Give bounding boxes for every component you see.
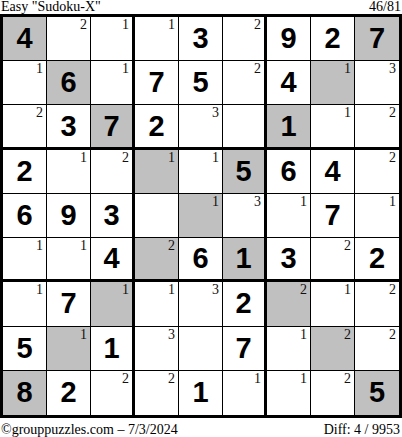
cell-r5c4[interactable] [135,194,179,238]
puzzle-title: Easy "Sudoku-X" [1,0,101,14]
cell-r4c6[interactable]: 5 [223,150,267,194]
cell-r6c5[interactable]: 6 [179,238,223,282]
cell-r8c4[interactable]: 3 [135,327,179,371]
pencil-mark: 1 [80,327,87,342]
cell-value: 7 [103,112,119,141]
pencil-mark: 1 [300,327,307,342]
cell-value: 2 [235,289,251,318]
cell-r2c5[interactable]: 5 [179,61,223,105]
cell-r8c1[interactable]: 5 [3,327,47,371]
cell-r2c3[interactable]: 1 [91,61,135,105]
cell-r7c8[interactable]: 1 [311,282,355,326]
cell-value: 3 [192,24,208,53]
pencil-mark: 2 [344,327,351,342]
cell-r2c2[interactable]: 6 [47,61,91,105]
cell-r1c4[interactable]: 1 [135,17,179,61]
cell-value: 5 [16,334,32,363]
cell-r6c8[interactable]: 2 [311,238,355,282]
cell-r7c6[interactable]: 2 [223,282,267,326]
pencil-mark: 2 [122,150,129,165]
cell-value: 4 [16,24,32,53]
cell-r8c7[interactable]: 1 [267,327,311,371]
pencil-mark: 1 [80,150,87,165]
cell-value: 1 [103,334,119,363]
cell-r6c4[interactable]: 2 [135,238,179,282]
cell-r3c5[interactable]: 3 [179,105,223,149]
cell-value: 4 [280,68,296,97]
pencil-mark: 1 [344,105,351,120]
pencil-mark: 1 [212,194,219,209]
pencil-mark: 1 [36,282,43,297]
pencil-mark: 1 [212,150,219,165]
pencil-mark: 2 [36,105,43,120]
cell-r3c6[interactable] [223,105,267,149]
copyright-date: ©grouppuzzles.com – 7/3/2024 [1,422,178,437]
cell-value: 5 [192,68,208,97]
cell-r7c4[interactable]: 1 [135,282,179,326]
pencil-mark: 2 [300,282,307,297]
cell-r7c7[interactable]: 2 [267,282,311,326]
cell-value: 6 [60,68,76,97]
cell-r5c5[interactable]: 1 [179,194,223,238]
pencil-mark: 1 [122,282,129,297]
cell-value: 1 [280,112,296,141]
cell-r3c7[interactable]: 1 [267,105,311,149]
cell-r5c2[interactable]: 9 [47,194,91,238]
cell-r4c4[interactable]: 1 [135,150,179,194]
difficulty-label: Diff: 4 / 9953 [324,422,400,437]
cell-r4c3[interactable]: 2 [91,150,135,194]
cell-r7c2[interactable]: 7 [47,282,91,326]
cell-r5c1[interactable]: 6 [3,194,47,238]
cell-value: 2 [324,24,340,53]
cell-value: 2 [148,112,164,141]
pencil-mark: 2 [389,282,396,297]
cell-value: 8 [16,378,32,407]
sudoku-grid: 4211329271617524132372311221211564269313… [0,14,402,418]
cell-value: 3 [103,201,119,230]
cell-value: 7 [60,289,76,318]
cell-r9c1[interactable]: 8 [3,371,47,415]
cell-r9c2[interactable]: 2 [47,371,91,415]
pencil-mark: 1 [36,238,43,253]
cell-r7c3[interactable]: 1 [91,282,135,326]
cell-r3c4[interactable]: 2 [135,105,179,149]
pencil-mark: 3 [389,61,396,76]
cell-r9c8[interactable]: 2 [311,371,355,415]
cell-value: 2 [60,378,76,407]
cell-r7c5[interactable]: 3 [179,282,223,326]
cell-value: 7 [148,68,164,97]
cell-value: 2 [369,244,385,273]
pencil-mark: 2 [254,17,261,32]
cell-r5c6[interactable]: 3 [223,194,267,238]
cell-r4c2[interactable]: 1 [47,150,91,194]
cell-r6c2[interactable]: 1 [47,238,91,282]
pencil-mark: 2 [344,238,351,253]
cell-value: 6 [192,244,208,273]
cell-r8c8[interactable]: 2 [311,327,355,371]
cell-r9c7[interactable]: 1 [267,371,311,415]
cell-r6c9[interactable]: 2 [355,238,399,282]
cell-value: 5 [235,157,251,186]
cell-r3c2[interactable]: 3 [47,105,91,149]
cell-r1c1[interactable]: 4 [3,17,47,61]
cell-r2c6[interactable]: 2 [223,61,267,105]
cell-value: 7 [235,334,251,363]
cell-r3c8[interactable]: 1 [311,105,355,149]
cell-r5c9[interactable]: 1 [355,194,399,238]
cell-r2c1[interactable]: 1 [3,61,47,105]
cell-value: 5 [369,378,385,407]
cell-r9c6[interactable]: 1 [223,371,267,415]
cell-r9c4[interactable]: 2 [135,371,179,415]
cell-value: 4 [324,157,340,186]
cell-r8c3[interactable]: 1 [91,327,135,371]
cell-r1c2[interactable]: 2 [47,17,91,61]
pencil-mark: 1 [168,17,175,32]
cell-r4c9[interactable]: 2 [355,150,399,194]
pencil-mark: 3 [212,105,219,120]
puzzle-page: Easy "Sudoku-X" 46/81 421132927161752413… [0,0,402,437]
pencil-mark: 2 [122,371,129,386]
pencil-mark: 2 [254,61,261,76]
pencil-mark: 2 [389,327,396,342]
pencil-mark: 3 [212,282,219,297]
pencil-mark: 1 [300,194,307,209]
cell-r2c9[interactable]: 3 [355,61,399,105]
puzzle-header: Easy "Sudoku-X" 46/81 [0,0,402,14]
pencil-mark: 1 [168,282,175,297]
cell-r3c3[interactable]: 7 [91,105,135,149]
cell-r4c5[interactable]: 1 [179,150,223,194]
cell-r6c1[interactable]: 1 [3,238,47,282]
pencil-mark: 1 [344,282,351,297]
cell-r1c8[interactable]: 2 [311,17,355,61]
pencil-mark: 2 [168,238,175,253]
pencil-mark: 2 [344,371,351,386]
pencil-mark: 2 [389,105,396,120]
cell-value: 7 [324,201,340,230]
cell-r3c9[interactable]: 2 [355,105,399,149]
cell-r9c3[interactable]: 2 [91,371,135,415]
cell-value: 6 [280,157,296,186]
cell-r5c3[interactable]: 3 [91,194,135,238]
pencil-mark: 2 [389,150,396,165]
cell-r3c1[interactable]: 2 [3,105,47,149]
cell-r1c6[interactable]: 2 [223,17,267,61]
cell-r2c4[interactable]: 7 [135,61,179,105]
pencil-mark: 2 [80,17,87,32]
cell-r4c7[interactable]: 6 [267,150,311,194]
cell-r8c5[interactable] [179,327,223,371]
pencil-mark: 1 [36,61,43,76]
cell-value: 9 [280,24,296,53]
cell-r1c3[interactable]: 1 [91,17,135,61]
cell-value: 7 [369,24,385,53]
cell-value: 3 [280,244,296,273]
cell-r5c8[interactable]: 7 [311,194,355,238]
cell-r8c6[interactable]: 7 [223,327,267,371]
cell-r1c7[interactable]: 9 [267,17,311,61]
cell-r1c5[interactable]: 3 [179,17,223,61]
pencil-mark: 1 [122,17,129,32]
cell-r4c8[interactable]: 4 [311,150,355,194]
cell-r1c9[interactable]: 7 [355,17,399,61]
cell-value: 1 [235,244,251,273]
cell-r6c3[interactable]: 4 [91,238,135,282]
pencil-mark: 1 [300,371,307,386]
cell-r2c8[interactable]: 1 [311,61,355,105]
cell-r2c7[interactable]: 4 [267,61,311,105]
pencil-mark: 3 [254,194,261,209]
pencil-mark: 2 [168,371,175,386]
cell-r8c9[interactable]: 2 [355,327,399,371]
cell-value: 4 [103,244,119,273]
fill-counter: 46/81 [369,0,401,14]
cell-value: 1 [192,378,208,407]
cell-r8c2[interactable]: 1 [47,327,91,371]
cell-r7c1[interactable]: 1 [3,282,47,326]
cell-value: 3 [60,112,76,141]
cell-value: 2 [16,157,32,186]
pencil-mark: 1 [80,238,87,253]
cell-r4c1[interactable]: 2 [3,150,47,194]
cell-r6c6[interactable]: 1 [223,238,267,282]
cell-r6c7[interactable]: 3 [267,238,311,282]
pencil-mark: 1 [168,150,175,165]
cell-r9c5[interactable]: 1 [179,371,223,415]
pencil-mark: 1 [122,61,129,76]
cell-r7c9[interactable]: 2 [355,282,399,326]
cell-r9c9[interactable]: 5 [355,371,399,415]
pencil-mark: 3 [168,327,175,342]
cell-value: 6 [16,201,32,230]
puzzle-footer: ©grouppuzzles.com – 7/3/2024 Diff: 4 / 9… [0,418,402,437]
cell-value: 9 [60,201,76,230]
cell-r5c7[interactable]: 1 [267,194,311,238]
pencil-mark: 1 [344,61,351,76]
pencil-mark: 1 [254,371,261,386]
pencil-mark: 1 [389,194,396,209]
